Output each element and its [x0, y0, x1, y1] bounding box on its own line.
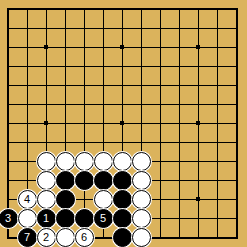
stone-white: [113, 152, 132, 171]
grid-line-horizontal: [8, 142, 237, 143]
move-number: 7: [24, 232, 30, 243]
grid-line-vertical: [160, 9, 161, 238]
stone-white: [132, 152, 151, 171]
stone-black: 5: [94, 209, 113, 228]
stone-black: 3: [0, 209, 18, 228]
star-point: [44, 121, 48, 125]
stone-white: [56, 152, 75, 171]
star-point: [120, 121, 124, 125]
move-number: 4: [24, 194, 30, 205]
stone-black: 1: [37, 209, 56, 228]
stone-white: [37, 190, 56, 209]
stone-black: [56, 209, 75, 228]
star-point: [196, 197, 200, 201]
stone-black: [56, 171, 75, 190]
stone-white: [37, 171, 56, 190]
stone-white: [132, 209, 151, 228]
move-number: 1: [43, 213, 49, 224]
move-number: 5: [100, 213, 106, 224]
star-point: [196, 121, 200, 125]
stone-black: 7: [18, 228, 37, 247]
stone-black: [94, 171, 113, 190]
stone-white: [132, 171, 151, 190]
star-point: [196, 45, 200, 49]
stone-black: [75, 171, 94, 190]
stone-white: [75, 152, 94, 171]
star-point: [120, 45, 124, 49]
go-board[interactable]: 4315726: [0, 0, 247, 247]
stone-white: 6: [75, 228, 94, 247]
stone-white: [94, 190, 113, 209]
stone-white: [132, 190, 151, 209]
stone-black: [56, 190, 75, 209]
grid-line-vertical: [179, 9, 180, 238]
move-number: 2: [43, 232, 49, 243]
move-number: 3: [5, 213, 11, 224]
grid-line-vertical: [217, 9, 218, 238]
stone-white: [56, 228, 75, 247]
stone-white: [94, 152, 113, 171]
stone-white: [18, 209, 37, 228]
stone-black: [113, 228, 132, 247]
stone-black: [113, 171, 132, 190]
star-point: [44, 45, 48, 49]
stone-white: [37, 152, 56, 171]
stone-black: [113, 209, 132, 228]
stone-white: 2: [37, 228, 56, 247]
stone-black: [75, 209, 94, 228]
stone-white: [132, 228, 151, 247]
stone-white: 4: [18, 190, 37, 209]
move-number: 6: [81, 232, 87, 243]
stone-black: [113, 190, 132, 209]
